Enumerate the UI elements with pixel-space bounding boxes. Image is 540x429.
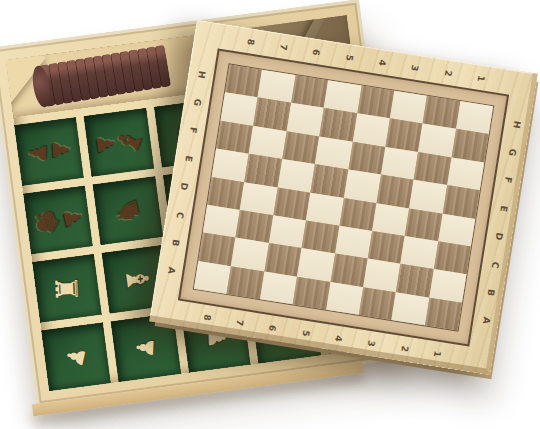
- coord-label-6: 6: [311, 48, 321, 56]
- coord-label-7: 7: [278, 43, 288, 51]
- coord-label-g: G: [192, 98, 202, 107]
- stored-piece-light-bishop: ♝: [120, 264, 153, 295]
- compartment-r3c1: ♜: [32, 254, 102, 323]
- coord-label-8: 8: [245, 38, 255, 46]
- square-a6: [260, 271, 297, 304]
- coord-label-a: A: [481, 316, 491, 324]
- coord-label-2: 2: [399, 345, 409, 353]
- stored-piece-light-pawn: ♟: [134, 337, 158, 359]
- stored-piece-dark-bishop: ♝: [111, 123, 149, 159]
- coord-label-5: 5: [300, 329, 310, 337]
- stored-piece-dark-knight: ♞: [110, 194, 145, 227]
- stored-piece-dark-pawn: ♟: [26, 142, 50, 164]
- coord-label-g: G: [507, 148, 517, 157]
- compartment-r2c1: ♚♟: [23, 186, 93, 255]
- compartment-r1c1: ♟♟: [14, 117, 84, 186]
- square-a5: [293, 276, 330, 309]
- compartment-r1c2: ♟♝: [84, 108, 154, 177]
- square-a1: [425, 297, 462, 330]
- product-photo-stage: ♟♟♟♝♜♚♟♞♛♜♝♟♟♟ 87654321 87654321 HGFEDCB…: [0, 0, 540, 429]
- chess-board: 87654321 87654321 HGFEDCBA HGFEDCBA: [149, 20, 537, 375]
- coord-label-h: H: [196, 70, 206, 79]
- coord-label-f: F: [188, 127, 198, 134]
- coord-label-d: D: [179, 182, 189, 191]
- coord-label-e: E: [183, 155, 193, 162]
- stored-piece-dark-pawn: ♟: [48, 139, 72, 161]
- compartment-r4c1: ♟: [41, 322, 111, 391]
- compartment-r2c2: ♞: [93, 176, 163, 245]
- coord-label-3: 3: [410, 64, 420, 72]
- coord-label-1: 1: [432, 350, 442, 358]
- board-squares: [193, 63, 495, 331]
- square-a8: [194, 261, 231, 294]
- coord-label-4: 4: [333, 334, 343, 342]
- coord-label-a: A: [165, 266, 175, 274]
- stored-piece-dark-pawn: ♟: [59, 205, 86, 230]
- coord-label-4: 4: [377, 59, 387, 67]
- coord-label-b: B: [170, 239, 180, 247]
- coord-label-8: 8: [201, 313, 211, 321]
- coord-label-1: 1: [476, 74, 486, 82]
- coord-label-b: B: [485, 288, 495, 296]
- coord-label-5: 5: [344, 53, 354, 61]
- board-inner-border: [178, 48, 509, 346]
- coord-label-6: 6: [267, 324, 277, 332]
- coord-label-3: 3: [366, 339, 376, 347]
- square-a4: [326, 282, 363, 315]
- coord-label-h: H: [512, 120, 522, 129]
- coord-label-d: D: [494, 232, 504, 241]
- coord-label-c: C: [489, 261, 499, 269]
- coord-label-f: F: [503, 177, 513, 184]
- coord-label-c: C: [174, 211, 184, 219]
- coord-label-7: 7: [234, 318, 244, 326]
- stored-piece-light-pawn: ♟: [63, 344, 90, 369]
- square-a7: [227, 266, 264, 299]
- stored-piece-light-rook: ♜: [52, 274, 83, 302]
- square-a2: [392, 292, 429, 325]
- square-a3: [359, 287, 396, 320]
- coord-label-e: E: [498, 205, 508, 212]
- coord-label-2: 2: [443, 69, 453, 77]
